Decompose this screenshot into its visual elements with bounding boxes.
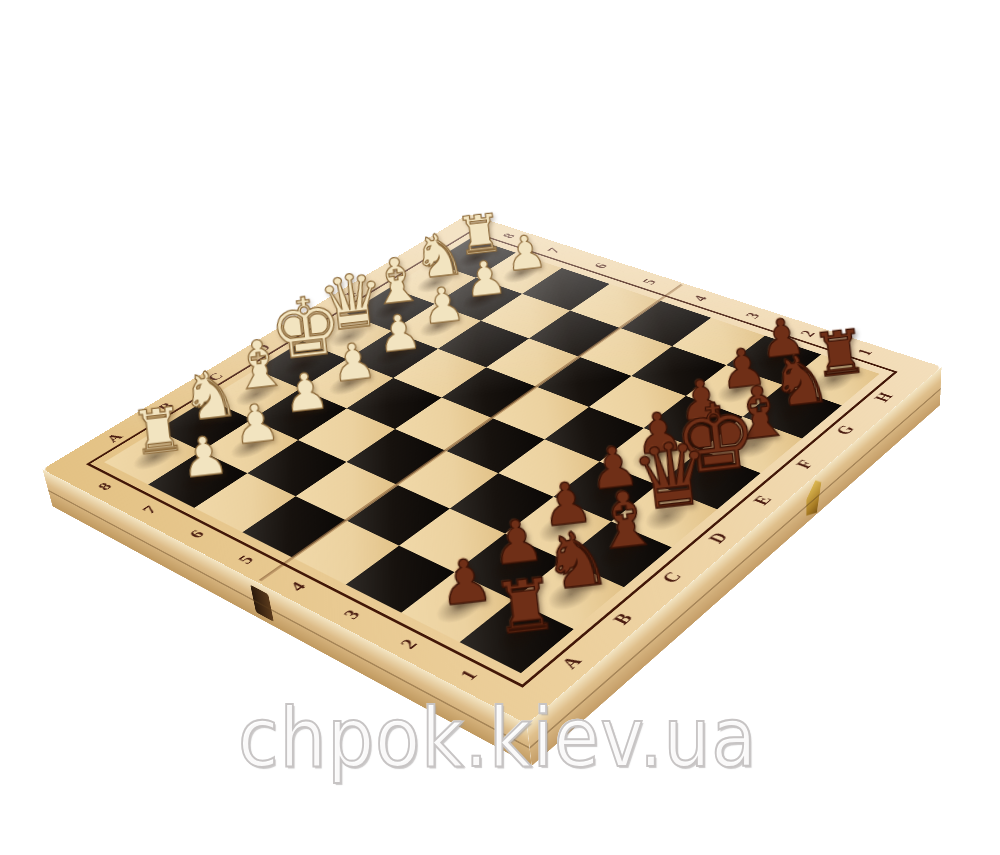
chess-board: AABBCCDDEEFFGGHH1122334455667788 ♜♞♝♚♛♝♞… bbox=[42, 214, 941, 724]
hinge-slot-icon bbox=[250, 585, 274, 622]
brass-clasp-icon bbox=[805, 476, 822, 521]
photo-canvas: AABBCCDDEEFFGGHH1122334455667788 ♜♞♝♚♛♝♞… bbox=[0, 0, 1000, 855]
watermark-text: chpok.kiev.ua bbox=[238, 690, 742, 785]
board-perspective-wrapper: AABBCCDDEEFFGGHH1122334455667788 ♜♞♝♚♛♝♞… bbox=[138, 64, 846, 772]
